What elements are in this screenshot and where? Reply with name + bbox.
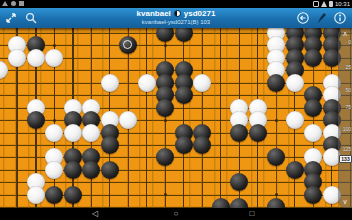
black-stone (304, 186, 322, 204)
black-stone (304, 49, 322, 67)
color-toggle-stone-icon[interactable] (174, 10, 181, 17)
recents-button[interactable]: □ (250, 208, 255, 220)
clock-text: 10:31 (335, 0, 350, 8)
black-stone (156, 148, 174, 166)
white-stone (304, 124, 322, 142)
navigation-bar: ◁ ○ □ (0, 208, 352, 220)
black-stone (212, 198, 230, 208)
last-move-marker (123, 40, 132, 49)
star-point (275, 119, 278, 122)
notification-icon-1 (2, 1, 8, 6)
notification-icon-2 (11, 1, 16, 6)
info-icon[interactable] (333, 11, 347, 25)
star-point (164, 193, 167, 196)
black-stone (230, 198, 248, 208)
move-slider[interactable]: ∧ ∨ 133 0255075100125 (338, 28, 352, 208)
black-stone (175, 136, 193, 154)
notification-icon-3 (19, 1, 24, 6)
black-stone (249, 124, 267, 142)
black-stone (45, 186, 63, 204)
black-stone (193, 136, 211, 154)
white-stone (64, 124, 82, 142)
black-stone (267, 74, 285, 92)
white-stone (101, 74, 119, 92)
black-stone (175, 28, 193, 42)
star-point (275, 193, 278, 196)
status-bar: 10:31 (0, 0, 352, 8)
rotation-icon (313, 1, 319, 7)
black-stone (27, 111, 45, 129)
star-point (164, 44, 167, 47)
black-stone (230, 124, 248, 142)
white-stone (8, 49, 26, 67)
black-stone (304, 99, 322, 117)
white-stone (286, 74, 304, 92)
star-point (53, 119, 56, 122)
white-stone (119, 111, 137, 129)
black-stone (230, 173, 248, 191)
white-stone (138, 74, 156, 92)
move-tick-label: 125 (343, 146, 351, 152)
black-stone (156, 28, 174, 42)
move-tick-label: 50 (345, 87, 351, 93)
move-tick-label: 0 (348, 39, 351, 45)
app-bar: kvanbael ysd0271 kvanbael-ysd0271(B) 103 (0, 8, 352, 28)
slider-up-icon[interactable]: ∧ (338, 30, 352, 37)
slider-down-icon[interactable]: ∨ (338, 198, 352, 205)
player-white-name: ysd0271 (184, 9, 216, 18)
star-point (53, 44, 56, 47)
wifi-icon (321, 1, 327, 7)
black-stone (82, 161, 100, 179)
black-stone (101, 136, 119, 154)
move-tick-label: 25 (345, 64, 351, 70)
white-stone (82, 124, 100, 142)
move-tick-label: 75 (345, 104, 351, 110)
black-stone (119, 36, 137, 54)
white-stone (45, 49, 63, 67)
black-stone (64, 161, 82, 179)
black-stone (286, 161, 304, 179)
home-button[interactable]: ○ (174, 208, 179, 220)
white-stone (193, 74, 211, 92)
back-button[interactable]: ◁ (92, 208, 98, 220)
black-stone (267, 198, 285, 208)
white-stone (45, 161, 63, 179)
white-stone (45, 124, 63, 142)
black-stone (101, 161, 119, 179)
star-point (164, 119, 167, 122)
go-board[interactable] (0, 28, 352, 208)
black-stone (156, 99, 174, 117)
white-stone (27, 186, 45, 204)
white-stone (27, 49, 45, 67)
black-stone (175, 86, 193, 104)
current-move-badge[interactable]: 133 (339, 155, 352, 163)
pencil-icon[interactable] (314, 11, 328, 25)
move-tick-label: 100 (343, 126, 351, 132)
undo-icon[interactable] (296, 11, 310, 25)
player-black-name: kvanbael (137, 9, 171, 18)
black-stone (64, 186, 82, 204)
white-stone (0, 61, 8, 79)
battery-icon (329, 1, 333, 7)
white-stone (286, 111, 304, 129)
black-stone (267, 148, 285, 166)
